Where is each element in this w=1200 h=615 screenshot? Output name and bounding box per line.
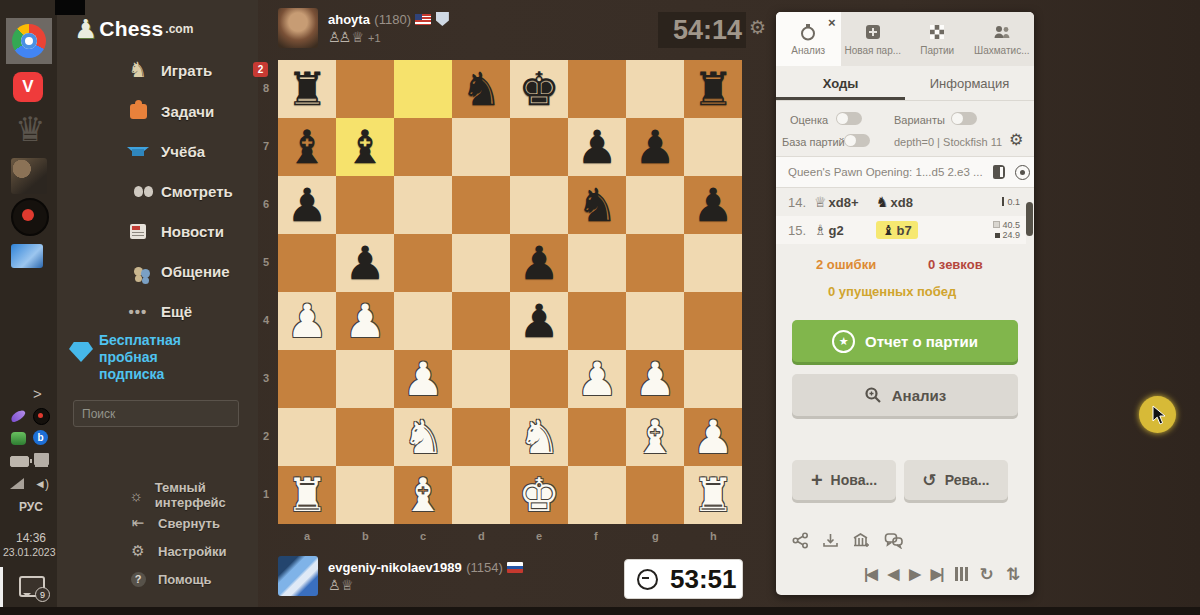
chess-board[interactable]: ♜♞♚♜♝♝♟♟♟♞♟♟♟♟♟♟♟♟♟♞♞♝♟♜♝♚♜ (278, 60, 742, 524)
knight-icon: ♞ (127, 60, 149, 81)
search-input[interactable] (73, 400, 239, 427)
stat-mistakes: 2 ошибки (816, 257, 876, 272)
square-f6[interactable]: ♞ (568, 176, 626, 234)
square-a3[interactable] (278, 350, 336, 408)
opening-name: Queen's Pawn Opening: 1...d5 2.e3 ... (788, 166, 983, 178)
move-list-button[interactable] (955, 567, 968, 581)
gear-icon: ⚙ (129, 542, 147, 560)
stat-missed-wins: 0 упущенных побед (828, 284, 956, 299)
rank-label-1: 1 (263, 488, 269, 500)
square-c1[interactable]: ♝ (394, 466, 452, 524)
rank-label-6: 6 (263, 198, 269, 210)
tray-green-app-icon[interactable] (11, 432, 26, 445)
square-c8[interactable] (394, 60, 452, 118)
rank-label-4: 4 (263, 314, 269, 326)
game-report-button[interactable]: ★ Отчет о партии (792, 320, 1018, 362)
square-e5[interactable]: ♟ (510, 234, 568, 292)
plus-icon: + (811, 469, 823, 492)
checkerboard-icon (928, 23, 946, 41)
rank-label-2: 2 (263, 430, 269, 442)
square-h8[interactable]: ♜ (684, 60, 742, 118)
tray-speaker-icon[interactable]: ◄) (34, 477, 48, 491)
library-icon[interactable] (852, 532, 871, 549)
file-label-g: g (652, 530, 659, 542)
white-piece-c2[interactable]: ♞ (402, 408, 443, 466)
white-queen-glyph: ♕ (814, 194, 827, 210)
square-b3[interactable] (336, 350, 394, 408)
club-badge-icon (436, 12, 449, 26)
black-bishop-glyph: ♝ (882, 222, 895, 238)
toggle-lines[interactable] (951, 112, 977, 125)
square-a1[interactable]: ♜ (278, 466, 336, 524)
file-label-a: a (304, 530, 310, 542)
square-d3[interactable] (452, 350, 510, 408)
square-a2[interactable] (278, 408, 336, 466)
square-c4[interactable] (394, 292, 452, 350)
avatar-bottom-player[interactable] (278, 556, 318, 596)
square-e4[interactable]: ♟ (510, 292, 568, 350)
square-h7[interactable] (684, 118, 742, 176)
bottom-player-captured: ♙ ♕ (328, 576, 352, 594)
panel-tabs: × Анализ Новая пар... Партии Шахматис... (776, 12, 1034, 66)
flip-board-button[interactable]: ⇅ (1006, 564, 1020, 584)
opening-book-icon[interactable] (993, 165, 1005, 179)
white-bishop-glyph: ♗ (814, 222, 827, 238)
square-c6[interactable] (394, 176, 452, 234)
square-h2[interactable]: ♟ (684, 408, 742, 466)
us-flag-icon (415, 14, 431, 25)
chesscom-sidebar: ♟ Chess .com ♞ Играть 2 Задачи Учёба Смо… (57, 0, 258, 615)
black-piece-f6[interactable]: ♞ (576, 176, 617, 234)
stat-blunders: 0 зевков (928, 257, 983, 272)
file-label-f: f (594, 530, 598, 542)
tray-network-icon[interactable] (10, 478, 24, 489)
square-e8[interactable]: ♚ (510, 60, 568, 118)
file-label-e: e (536, 530, 542, 542)
logo-pawn-icon: ♟ (74, 16, 97, 42)
engine-settings-gear-icon[interactable]: ⚙ (1009, 130, 1023, 149)
top-player-rating: (1180) (374, 12, 411, 27)
binoculars-icon (127, 186, 149, 197)
next-move-button[interactable]: ▶ (909, 565, 919, 583)
tab-analysis[interactable]: × Анализ (776, 12, 841, 66)
tab-new-game[interactable]: Новая пар... (841, 12, 906, 66)
vivaldi-icon[interactable]: V (13, 72, 43, 102)
tab-games[interactable]: Партии (905, 12, 970, 66)
screen-bottom-edge (0, 607, 1200, 615)
diamond-icon (69, 342, 93, 362)
toggle-evaluation[interactable] (836, 112, 862, 125)
refresh-button[interactable]: ↻ (980, 564, 994, 584)
top-player-info[interactable]: ahoyta (1180) (328, 10, 449, 28)
white-piece-c1[interactable]: ♝ (402, 466, 443, 524)
square-c3[interactable]: ♟ (394, 350, 452, 408)
opening-row[interactable]: Queen's Pawn Opening: 1...d5 2.e3 ... (776, 156, 1034, 188)
white-piece-a1[interactable]: ♜ (286, 466, 327, 524)
white-piece-g3[interactable]: ♟ (634, 350, 675, 408)
sidebar-item-news[interactable]: Новости (127, 218, 224, 244)
stopwatch-icon (799, 23, 817, 41)
chat-icon[interactable] (884, 532, 904, 549)
black-piece-a7[interactable]: ♝ (286, 118, 327, 176)
explorer-icon[interactable] (1015, 165, 1030, 180)
black-piece-e4[interactable]: ♟ (518, 292, 559, 350)
square-c7[interactable] (394, 118, 452, 176)
square-c2[interactable]: ♞ (394, 408, 452, 466)
close-tab-icon[interactable]: × (828, 15, 836, 30)
bottom-player-info[interactable]: evgeniy-nikolaev1989 (1154) (328, 558, 523, 576)
tab-players[interactable]: Шахматис... (970, 12, 1035, 66)
square-h3[interactable] (684, 350, 742, 408)
white-piece-h2[interactable]: ♟ (692, 408, 733, 466)
plus-square-icon (864, 23, 882, 41)
square-b8[interactable] (336, 60, 394, 118)
tray-expand-chevron[interactable]: > (33, 385, 42, 402)
toggle-lines-label: Варианты (894, 114, 945, 126)
ellipsis-icon: ••• (127, 303, 149, 320)
material-advantage: +1 (368, 32, 381, 44)
notification-count: 9 (35, 587, 50, 602)
record-app-icon[interactable] (11, 198, 49, 236)
square-a6[interactable]: ♟ (278, 176, 336, 234)
black-piece-b7[interactable]: ♝ (344, 118, 385, 176)
share-row (792, 532, 904, 549)
rank-label-5: 5 (263, 256, 269, 268)
black-piece-b5[interactable]: ♟ (344, 234, 385, 292)
tray-notifications-icon[interactable]: 9 (19, 576, 45, 597)
square-b1[interactable] (336, 466, 394, 524)
square-e2[interactable]: ♞ (510, 408, 568, 466)
sidebar-item-social[interactable]: Общение (127, 258, 230, 284)
white-piece-g2[interactable]: ♝ (634, 408, 675, 466)
chrome-icon[interactable] (6, 18, 52, 64)
free-trial-link[interactable]: Бесплатная пробная подписка (99, 332, 181, 383)
undo-arrow-icon: ↺ (923, 470, 937, 490)
file-label-d: d (478, 530, 485, 542)
square-a5[interactable] (278, 234, 336, 292)
square-e7[interactable] (510, 118, 568, 176)
sidebar-item-play[interactable]: ♞ Играть (127, 57, 212, 83)
move-14-meta: 0.1 (1002, 197, 1026, 207)
download-icon[interactable] (822, 532, 839, 549)
collapse-icon: ⇤ (129, 514, 147, 532)
square-f2[interactable] (568, 408, 626, 466)
share-icon[interactable] (792, 532, 809, 549)
black-piece-a6[interactable]: ♟ (286, 176, 327, 234)
square-d4[interactable] (452, 292, 510, 350)
black-piece-h8[interactable]: ♜ (692, 60, 733, 118)
black-piece-d8[interactable]: ♞ (460, 60, 501, 118)
star-icon: ★ (832, 330, 855, 353)
square-f3[interactable]: ♟ (568, 350, 626, 408)
tray-feather-icon[interactable] (10, 412, 26, 420)
bottom-player-name: evgeniy-nikolaev1989 (328, 560, 462, 575)
newspaper-icon (127, 224, 149, 239)
bottom-player-clock: 53:51 (624, 559, 743, 599)
engine-status: depth=0 | Stockfish 11 (894, 136, 1002, 148)
square-a7[interactable]: ♝ (278, 118, 336, 176)
sidebar-item-learn[interactable]: Учёба (127, 138, 205, 164)
square-d8[interactable]: ♞ (452, 60, 510, 118)
rematch-button[interactable]: ↺ Рева... (904, 460, 1008, 500)
square-g8[interactable] (626, 60, 684, 118)
square-g5[interactable] (626, 234, 684, 292)
white-piece-e1[interactable]: ♚ (518, 466, 559, 524)
rank-label-7: 7 (263, 140, 269, 152)
square-h4[interactable] (684, 292, 742, 350)
square-c5[interactable] (394, 234, 452, 292)
square-b7[interactable]: ♝ (336, 118, 394, 176)
white-piece-h1[interactable]: ♜ (692, 466, 733, 524)
square-g3[interactable]: ♟ (626, 350, 684, 408)
moves-scrollbar[interactable] (1026, 202, 1033, 236)
black-piece-g7[interactable]: ♟ (634, 118, 675, 176)
file-label-h: h (710, 530, 717, 542)
clock-icon (637, 569, 658, 590)
move-white-15[interactable]: ♗g2 (814, 222, 876, 238)
desktop: V ♛ > b ◄) РУС 14:36 23.01.2023 9 ♟ Ches… (0, 0, 1200, 615)
ru-flag-icon (507, 562, 523, 573)
sidebar-item-help[interactable]: ? Помощь (129, 568, 211, 590)
toggle-games-db[interactable] (844, 134, 870, 147)
background-window-edge (55, 0, 85, 15)
people-icon (127, 267, 149, 276)
white-piece-e2[interactable]: ♞ (518, 408, 559, 466)
tray-display-icon[interactable] (34, 453, 49, 465)
move-black-14[interactable]: ♞xd8 (876, 194, 938, 210)
square-a8[interactable]: ♜ (278, 60, 336, 118)
photos-app-icon[interactable] (11, 158, 47, 194)
chess-app-icon[interactable]: ♛ (15, 112, 45, 146)
square-d5[interactable] (452, 234, 510, 292)
square-a4[interactable]: ♟ (278, 292, 336, 350)
play-badge: 2 (253, 62, 268, 77)
square-g1[interactable] (626, 466, 684, 524)
graduation-cap-icon (127, 147, 149, 156)
chesscom-logo[interactable]: ♟ Chess .com (74, 16, 193, 42)
square-e3[interactable] (510, 350, 568, 408)
square-e1[interactable]: ♚ (510, 466, 568, 524)
move-white-14[interactable]: ♕xd8+ (814, 194, 876, 210)
help-icon: ? (129, 572, 147, 587)
tray-language[interactable]: РУС (19, 500, 43, 514)
analysis-panel: × Анализ Новая пар... Партии Шахматис...… (776, 12, 1034, 595)
file-label-b: b (362, 530, 369, 542)
square-f8[interactable] (568, 60, 626, 118)
subtab-moves[interactable]: Ходы (776, 66, 905, 100)
tray-bluetooth-icon[interactable]: b (33, 430, 48, 445)
toggle-games-db-label: База партий (782, 136, 845, 148)
file-label-c: c (420, 530, 426, 542)
sidebar-item-settings[interactable]: ⚙ Настройки (129, 540, 227, 562)
sidebar-item-collapse[interactable]: ⇤ Свернуть (129, 512, 220, 534)
move-row-15[interactable]: 15. ♗g2 ♝b7 40.5 24.9 (776, 216, 1026, 244)
square-g4[interactable] (626, 292, 684, 350)
subtab-information[interactable]: Информация (905, 66, 1034, 100)
square-g2[interactable]: ♝ (626, 408, 684, 466)
top-player-clock: 54:14 (658, 12, 746, 48)
sidebar-item-watch[interactable]: Смотреть (127, 178, 233, 204)
black-piece-a8[interactable]: ♜ (286, 60, 327, 118)
white-piece-a4[interactable]: ♟ (286, 292, 327, 350)
move-row-14[interactable]: 14. ♕xd8+ ♞xd8 0.1 (776, 188, 1026, 216)
square-e6[interactable] (510, 176, 568, 234)
square-g6[interactable] (626, 176, 684, 234)
white-piece-f3[interactable]: ♟ (576, 350, 617, 408)
players-icon (993, 23, 1011, 41)
black-knight-glyph: ♞ (876, 194, 889, 210)
square-f7[interactable]: ♟ (568, 118, 626, 176)
move-15-meta: 40.5 24.9 (993, 220, 1026, 240)
square-b5[interactable]: ♟ (336, 234, 394, 292)
move-black-15-current[interactable]: ♝b7 (876, 221, 918, 239)
square-b2[interactable] (336, 408, 394, 466)
square-b6[interactable] (336, 176, 394, 234)
black-piece-f7[interactable]: ♟ (576, 118, 617, 176)
square-h5[interactable] (684, 234, 742, 292)
mouse-cursor (1152, 405, 1168, 425)
tray-time: 14:36 (16, 531, 46, 545)
analysis-button[interactable]: Анализ (792, 374, 1018, 416)
square-g7[interactable]: ♟ (626, 118, 684, 176)
white-piece-c3[interactable]: ♟ (402, 350, 443, 408)
rank-label-3: 3 (263, 372, 269, 384)
square-h1[interactable]: ♜ (684, 466, 742, 524)
avatar-top-player[interactable] (278, 8, 318, 48)
top-player-captured: ♙♙ ♕+1 (328, 28, 381, 46)
tray-date: 23.01.2023 (3, 546, 56, 558)
black-piece-e5[interactable]: ♟ (518, 234, 559, 292)
bottom-player-rating: (1154) (466, 560, 503, 575)
toggle-evaluation-label: Оценка (790, 114, 828, 126)
tray-record-icon[interactable] (33, 408, 50, 425)
logo-suffix: .com (165, 22, 193, 36)
playback-controls: |◀ ◀ ▶ ▶| ↻ ⇅ (864, 564, 1020, 584)
go-to-start-button[interactable]: |◀ (864, 565, 876, 583)
sidebar-item-puzzles[interactable]: Задачи (127, 98, 214, 124)
black-piece-h6[interactable]: ♟ (692, 176, 733, 234)
top-player-name: ahoyta (328, 12, 370, 27)
tray-battery-icon[interactable] (10, 456, 29, 467)
puzzle-icon (127, 104, 149, 119)
square-d6[interactable] (452, 176, 510, 234)
go-to-end-button[interactable]: ▶| (931, 565, 943, 583)
theme-sun-icon: ☼ (129, 487, 144, 504)
square-f1[interactable] (568, 466, 626, 524)
board-settings-gear-icon[interactable]: ⚙ (749, 16, 766, 39)
square-d7[interactable] (452, 118, 510, 176)
square-h6[interactable]: ♟ (684, 176, 742, 234)
white-piece-b4[interactable]: ♟ (344, 292, 385, 350)
square-d1[interactable] (452, 466, 510, 524)
magnifier-icon (864, 386, 882, 404)
logo-text: Chess (99, 17, 163, 41)
new-game-button[interactable]: + Нова... (792, 460, 896, 500)
rank-label-8: 8 (263, 82, 269, 94)
os-taskbar: V ♛ > b ◄) РУС 14:36 23.01.2023 9 (0, 0, 57, 615)
square-d2[interactable] (452, 408, 510, 466)
panel-subtabs: Ходы Информация (776, 66, 1034, 101)
sidebar-item-more[interactable]: ••• Ещё (127, 298, 192, 324)
square-f4[interactable] (568, 292, 626, 350)
square-f5[interactable] (568, 234, 626, 292)
movie-app-icon[interactable] (11, 244, 43, 268)
sidebar-item-dark-theme[interactable]: ☼ Темный интерфейс (129, 484, 258, 506)
square-b4[interactable]: ♟ (336, 292, 394, 350)
black-piece-e8[interactable]: ♚ (518, 60, 559, 118)
previous-move-button[interactable]: ◀ (888, 565, 898, 583)
